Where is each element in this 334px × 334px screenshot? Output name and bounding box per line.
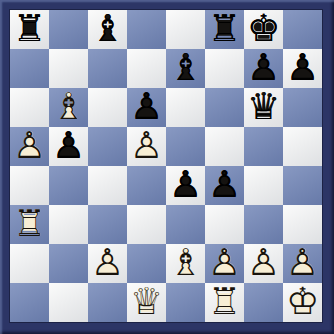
square-h6[interactable] xyxy=(283,88,322,127)
white-pawn-g2[interactable]: ♟♙ xyxy=(244,244,283,283)
square-a7[interactable] xyxy=(10,49,49,88)
square-e4[interactable]: ♟♙ xyxy=(166,166,205,205)
black-pawn-outline-glyph: ♙ xyxy=(205,166,244,205)
black-queen-g6[interactable]: ♛♕ xyxy=(244,88,283,127)
white-rook-a3[interactable]: ♜♖ xyxy=(10,205,49,244)
black-pawn-h7[interactable]: ♟♙ xyxy=(283,49,322,88)
square-b2[interactable] xyxy=(49,244,88,283)
black-queen-outline-glyph: ♕ xyxy=(244,88,283,127)
square-f7[interactable] xyxy=(205,49,244,88)
square-f2[interactable]: ♟♙ xyxy=(205,244,244,283)
square-h8[interactable] xyxy=(283,10,322,49)
square-e1[interactable] xyxy=(166,283,205,322)
square-d3[interactable] xyxy=(127,205,166,244)
square-c4[interactable] xyxy=(88,166,127,205)
square-h3[interactable] xyxy=(283,205,322,244)
white-queen-d1[interactable]: ♛♕ xyxy=(127,283,166,322)
square-e2[interactable]: ♝♗ xyxy=(166,244,205,283)
square-h2[interactable]: ♟♙ xyxy=(283,244,322,283)
square-h5[interactable] xyxy=(283,127,322,166)
white-king-h1[interactable]: ♚♔ xyxy=(283,283,322,322)
square-g8[interactable]: ♚♔ xyxy=(244,10,283,49)
square-g1[interactable] xyxy=(244,283,283,322)
square-a1[interactable] xyxy=(10,283,49,322)
square-g4[interactable] xyxy=(244,166,283,205)
square-d2[interactable] xyxy=(127,244,166,283)
white-pawn-c2[interactable]: ♟♙ xyxy=(88,244,127,283)
square-h1[interactable]: ♚♔ xyxy=(283,283,322,322)
white-queen-outline-glyph: ♕ xyxy=(127,283,166,322)
white-pawn-outline-glyph: ♙ xyxy=(127,127,166,166)
square-b1[interactable] xyxy=(49,283,88,322)
square-f3[interactable] xyxy=(205,205,244,244)
black-pawn-outline-glyph: ♙ xyxy=(283,49,322,88)
square-b6[interactable]: ♝♗ xyxy=(49,88,88,127)
square-g3[interactable] xyxy=(244,205,283,244)
black-pawn-outline-glyph: ♙ xyxy=(244,49,283,88)
square-c1[interactable] xyxy=(88,283,127,322)
square-b7[interactable] xyxy=(49,49,88,88)
black-bishop-outline-glyph: ♗ xyxy=(88,10,127,49)
white-pawn-outline-glyph: ♙ xyxy=(283,244,322,283)
square-c6[interactable] xyxy=(88,88,127,127)
square-a8[interactable]: ♜♖ xyxy=(10,10,49,49)
square-f8[interactable]: ♜♖ xyxy=(205,10,244,49)
square-f1[interactable]: ♜♖ xyxy=(205,283,244,322)
black-pawn-outline-glyph: ♙ xyxy=(127,88,166,127)
black-bishop-c8[interactable]: ♝♗ xyxy=(88,10,127,49)
square-a2[interactable] xyxy=(10,244,49,283)
square-a3[interactable]: ♜♖ xyxy=(10,205,49,244)
black-pawn-outline-glyph: ♙ xyxy=(49,127,88,166)
square-f5[interactable] xyxy=(205,127,244,166)
white-pawn-d5[interactable]: ♟♙ xyxy=(127,127,166,166)
black-king-g8[interactable]: ♚♔ xyxy=(244,10,283,49)
square-d7[interactable] xyxy=(127,49,166,88)
black-rook-outline-glyph: ♖ xyxy=(10,10,49,49)
chess-board-frame: ♜♖♝♗♜♖♚♔♝♗♟♙♟♙♝♗♟♙♛♕♟♙♟♙♟♙♟♙♟♙♜♖♟♙♝♗♟♙♟♙… xyxy=(0,0,334,334)
square-d1[interactable]: ♛♕ xyxy=(127,283,166,322)
white-rook-f1[interactable]: ♜♖ xyxy=(205,283,244,322)
square-e5[interactable] xyxy=(166,127,205,166)
white-rook-outline-glyph: ♖ xyxy=(205,283,244,322)
square-d4[interactable] xyxy=(127,166,166,205)
square-d5[interactable]: ♟♙ xyxy=(127,127,166,166)
square-b4[interactable] xyxy=(49,166,88,205)
square-e8[interactable] xyxy=(166,10,205,49)
black-pawn-g7[interactable]: ♟♙ xyxy=(244,49,283,88)
square-c7[interactable] xyxy=(88,49,127,88)
square-a6[interactable] xyxy=(10,88,49,127)
square-e7[interactable]: ♝♗ xyxy=(166,49,205,88)
white-pawn-outline-glyph: ♙ xyxy=(10,127,49,166)
square-e6[interactable] xyxy=(166,88,205,127)
square-e3[interactable] xyxy=(166,205,205,244)
white-bishop-b6[interactable]: ♝♗ xyxy=(49,88,88,127)
black-pawn-outline-glyph: ♙ xyxy=(166,166,205,205)
white-king-outline-glyph: ♔ xyxy=(283,283,322,322)
black-bishop-outline-glyph: ♗ xyxy=(166,49,205,88)
black-king-outline-glyph: ♔ xyxy=(244,10,283,49)
black-pawn-f4[interactable]: ♟♙ xyxy=(205,166,244,205)
square-c3[interactable] xyxy=(88,205,127,244)
square-a4[interactable] xyxy=(10,166,49,205)
black-bishop-e7[interactable]: ♝♗ xyxy=(166,49,205,88)
white-pawn-a5[interactable]: ♟♙ xyxy=(10,127,49,166)
white-pawn-outline-glyph: ♙ xyxy=(244,244,283,283)
black-pawn-b5[interactable]: ♟♙ xyxy=(49,127,88,166)
black-rook-a8[interactable]: ♜♖ xyxy=(10,10,49,49)
square-g5[interactable] xyxy=(244,127,283,166)
square-c8[interactable]: ♝♗ xyxy=(88,10,127,49)
square-h7[interactable]: ♟♙ xyxy=(283,49,322,88)
white-pawn-outline-glyph: ♙ xyxy=(88,244,127,283)
square-b8[interactable] xyxy=(49,10,88,49)
square-h4[interactable] xyxy=(283,166,322,205)
square-b5[interactable]: ♟♙ xyxy=(49,127,88,166)
square-c2[interactable]: ♟♙ xyxy=(88,244,127,283)
square-d6[interactable]: ♟♙ xyxy=(127,88,166,127)
square-f4[interactable]: ♟♙ xyxy=(205,166,244,205)
white-bishop-outline-glyph: ♗ xyxy=(49,88,88,127)
square-f6[interactable] xyxy=(205,88,244,127)
white-pawn-f2[interactable]: ♟♙ xyxy=(205,244,244,283)
white-rook-outline-glyph: ♖ xyxy=(10,205,49,244)
white-bishop-e2[interactable]: ♝♗ xyxy=(166,244,205,283)
square-b3[interactable] xyxy=(49,205,88,244)
white-pawn-h2[interactable]: ♟♙ xyxy=(283,244,322,283)
white-pawn-outline-glyph: ♙ xyxy=(205,244,244,283)
black-pawn-e4[interactable]: ♟♙ xyxy=(166,166,205,205)
square-g7[interactable]: ♟♙ xyxy=(244,49,283,88)
square-c5[interactable] xyxy=(88,127,127,166)
chess-board: ♜♖♝♗♜♖♚♔♝♗♟♙♟♙♝♗♟♙♛♕♟♙♟♙♟♙♟♙♟♙♜♖♟♙♝♗♟♙♟♙… xyxy=(10,10,322,322)
square-d8[interactable] xyxy=(127,10,166,49)
square-g2[interactable]: ♟♙ xyxy=(244,244,283,283)
black-rook-outline-glyph: ♖ xyxy=(205,10,244,49)
square-g6[interactable]: ♛♕ xyxy=(244,88,283,127)
square-a5[interactable]: ♟♙ xyxy=(10,127,49,166)
black-rook-f8[interactable]: ♜♖ xyxy=(205,10,244,49)
black-pawn-d6[interactable]: ♟♙ xyxy=(127,88,166,127)
white-bishop-outline-glyph: ♗ xyxy=(166,244,205,283)
